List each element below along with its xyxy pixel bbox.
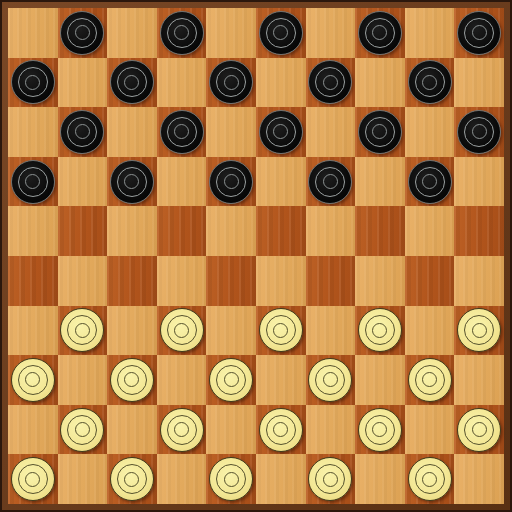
square-11[interactable]: [58, 107, 108, 157]
white-man-piece[interactable]: [11, 457, 55, 501]
black-man-piece[interactable]: [209, 60, 253, 104]
piece-outer-ring: [266, 315, 296, 345]
piece-outer-ring: [365, 315, 395, 345]
light-square-r2c2: [58, 58, 108, 108]
piece-inner-ring: [422, 372, 437, 387]
square-21[interactable]: [58, 206, 108, 256]
light-square-r10c6: [256, 454, 306, 504]
light-square-r7c7: [306, 306, 356, 356]
piece-outer-ring: [216, 67, 246, 97]
black-man-piece[interactable]: [110, 160, 154, 204]
light-square-r5c3: [107, 206, 157, 256]
piece-outer-ring: [464, 415, 494, 445]
piece-inner-ring: [75, 323, 90, 338]
white-man-piece[interactable]: [209, 457, 253, 501]
piece-inner-ring: [273, 323, 288, 338]
light-square-r5c5: [206, 206, 256, 256]
piece-inner-ring: [174, 124, 189, 139]
square-36[interactable]: [8, 355, 58, 405]
black-man-piece[interactable]: [308, 60, 352, 104]
square-39[interactable]: [306, 355, 356, 405]
black-man-piece[interactable]: [60, 11, 104, 55]
black-man-piece[interactable]: [457, 11, 501, 55]
square-9[interactable]: [306, 58, 356, 108]
piece-inner-ring: [224, 472, 239, 487]
square-16[interactable]: [8, 157, 58, 207]
piece-outer-ring: [67, 117, 97, 147]
square-47[interactable]: [107, 454, 157, 504]
piece-outer-ring: [266, 117, 296, 147]
piece-outer-ring: [167, 18, 197, 48]
black-man-piece[interactable]: [358, 11, 402, 55]
square-38[interactable]: [206, 355, 256, 405]
square-41[interactable]: [58, 405, 108, 455]
piece-inner-ring: [124, 372, 139, 387]
light-square-r3c7: [306, 107, 356, 157]
light-square-r1c7: [306, 8, 356, 58]
light-square-r7c1: [8, 306, 58, 356]
piece-inner-ring: [124, 75, 139, 90]
white-man-piece[interactable]: [160, 408, 204, 452]
piece-outer-ring: [464, 117, 494, 147]
square-6[interactable]: [8, 58, 58, 108]
square-4[interactable]: [355, 8, 405, 58]
piece-inner-ring: [472, 323, 487, 338]
black-man-piece[interactable]: [259, 110, 303, 154]
square-18[interactable]: [206, 157, 256, 207]
black-man-piece[interactable]: [11, 160, 55, 204]
piece-inner-ring: [75, 124, 90, 139]
piece-inner-ring: [124, 174, 139, 189]
square-20[interactable]: [405, 157, 455, 207]
light-square-r1c3: [107, 8, 157, 58]
piece-outer-ring: [365, 18, 395, 48]
checkers-app-window: [0, 0, 512, 512]
piece-outer-ring: [464, 315, 494, 345]
piece-inner-ring: [472, 25, 487, 40]
light-square-r6c4: [157, 256, 207, 306]
square-35[interactable]: [454, 306, 504, 356]
piece-inner-ring: [75, 422, 90, 437]
piece-outer-ring: [167, 415, 197, 445]
piece-outer-ring: [18, 67, 48, 97]
square-31[interactable]: [58, 306, 108, 356]
square-46[interactable]: [8, 454, 58, 504]
piece-outer-ring: [415, 365, 445, 395]
square-43[interactable]: [256, 405, 306, 455]
square-10[interactable]: [405, 58, 455, 108]
square-48[interactable]: [206, 454, 256, 504]
white-man-piece[interactable]: [408, 457, 452, 501]
piece-inner-ring: [422, 472, 437, 487]
square-5[interactable]: [454, 8, 504, 58]
black-man-piece[interactable]: [160, 110, 204, 154]
light-square-r2c10: [454, 58, 504, 108]
square-32[interactable]: [157, 306, 207, 356]
white-man-piece[interactable]: [110, 358, 154, 402]
light-square-r10c4: [157, 454, 207, 504]
light-square-r9c3: [107, 405, 157, 455]
square-26[interactable]: [8, 256, 58, 306]
piece-inner-ring: [224, 75, 239, 90]
piece-outer-ring: [216, 464, 246, 494]
piece-outer-ring: [117, 67, 147, 97]
square-28[interactable]: [206, 256, 256, 306]
light-square-r5c9: [405, 206, 455, 256]
square-14[interactable]: [355, 107, 405, 157]
white-man-piece[interactable]: [110, 457, 154, 501]
piece-outer-ring: [18, 167, 48, 197]
piece-inner-ring: [124, 472, 139, 487]
piece-inner-ring: [372, 323, 387, 338]
piece-inner-ring: [174, 323, 189, 338]
square-49[interactable]: [306, 454, 356, 504]
light-square-r3c9: [405, 107, 455, 157]
piece-inner-ring: [174, 422, 189, 437]
white-man-piece[interactable]: [60, 408, 104, 452]
piece-inner-ring: [75, 25, 90, 40]
light-square-r8c4: [157, 355, 207, 405]
light-square-r5c7: [306, 206, 356, 256]
light-square-r9c5: [206, 405, 256, 455]
light-square-r4c10: [454, 157, 504, 207]
light-square-r2c6: [256, 58, 306, 108]
piece-outer-ring: [167, 117, 197, 147]
black-man-piece[interactable]: [457, 110, 501, 154]
light-square-r9c1: [8, 405, 58, 455]
square-45[interactable]: [454, 405, 504, 455]
light-square-r9c9: [405, 405, 455, 455]
light-square-r8c2: [58, 355, 108, 405]
piece-inner-ring: [224, 372, 239, 387]
piece-inner-ring: [224, 174, 239, 189]
white-man-piece[interactable]: [457, 408, 501, 452]
white-man-piece[interactable]: [457, 308, 501, 352]
light-square-r6c10: [454, 256, 504, 306]
piece-outer-ring: [117, 365, 147, 395]
piece-outer-ring: [365, 117, 395, 147]
piece-outer-ring: [18, 365, 48, 395]
piece-inner-ring: [472, 422, 487, 437]
piece-inner-ring: [25, 174, 40, 189]
piece-inner-ring: [25, 75, 40, 90]
square-7[interactable]: [107, 58, 157, 108]
piece-inner-ring: [372, 124, 387, 139]
black-man-piece[interactable]: [259, 11, 303, 55]
white-man-piece[interactable]: [209, 358, 253, 402]
square-22[interactable]: [157, 206, 207, 256]
piece-outer-ring: [415, 67, 445, 97]
light-square-r3c1: [8, 107, 58, 157]
white-man-piece[interactable]: [408, 358, 452, 402]
black-man-piece[interactable]: [308, 160, 352, 204]
piece-outer-ring: [266, 18, 296, 48]
black-man-piece[interactable]: [408, 60, 452, 104]
black-man-piece[interactable]: [209, 160, 253, 204]
piece-inner-ring: [25, 372, 40, 387]
square-2[interactable]: [157, 8, 207, 58]
piece-inner-ring: [372, 25, 387, 40]
piece-inner-ring: [273, 25, 288, 40]
piece-inner-ring: [472, 124, 487, 139]
light-square-r1c5: [206, 8, 256, 58]
piece-outer-ring: [67, 415, 97, 445]
square-17[interactable]: [107, 157, 157, 207]
white-man-piece[interactable]: [308, 358, 352, 402]
light-square-r9c7: [306, 405, 356, 455]
square-34[interactable]: [355, 306, 405, 356]
square-42[interactable]: [157, 405, 207, 455]
light-square-r3c3: [107, 107, 157, 157]
light-square-r7c3: [107, 306, 157, 356]
piece-outer-ring: [315, 365, 345, 395]
white-man-piece[interactable]: [60, 308, 104, 352]
light-square-r6c6: [256, 256, 306, 306]
square-15[interactable]: [454, 107, 504, 157]
black-man-piece[interactable]: [160, 11, 204, 55]
square-12[interactable]: [157, 107, 207, 157]
white-man-piece[interactable]: [259, 408, 303, 452]
light-square-r4c2: [58, 157, 108, 207]
light-square-r10c8: [355, 454, 405, 504]
piece-outer-ring: [67, 18, 97, 48]
square-50[interactable]: [405, 454, 455, 504]
light-square-r8c10: [454, 355, 504, 405]
light-square-r7c5: [206, 306, 256, 356]
draughts-board: [8, 8, 504, 504]
light-square-r5c1: [8, 206, 58, 256]
piece-inner-ring: [372, 422, 387, 437]
black-man-piece[interactable]: [110, 60, 154, 104]
board-frame: [0, 0, 512, 512]
piece-outer-ring: [67, 315, 97, 345]
light-square-r4c8: [355, 157, 405, 207]
square-3[interactable]: [256, 8, 306, 58]
square-27[interactable]: [107, 256, 157, 306]
light-square-r1c1: [8, 8, 58, 58]
light-square-r10c2: [58, 454, 108, 504]
white-man-piece[interactable]: [11, 358, 55, 402]
piece-outer-ring: [415, 464, 445, 494]
light-square-r10c10: [454, 454, 504, 504]
square-40[interactable]: [405, 355, 455, 405]
black-man-piece[interactable]: [358, 110, 402, 154]
light-square-r4c6: [256, 157, 306, 207]
piece-outer-ring: [216, 167, 246, 197]
piece-inner-ring: [273, 422, 288, 437]
piece-outer-ring: [216, 365, 246, 395]
square-37[interactable]: [107, 355, 157, 405]
piece-inner-ring: [323, 75, 338, 90]
square-29[interactable]: [306, 256, 356, 306]
white-man-piece[interactable]: [358, 308, 402, 352]
piece-inner-ring: [323, 372, 338, 387]
piece-outer-ring: [315, 67, 345, 97]
piece-outer-ring: [365, 415, 395, 445]
piece-inner-ring: [323, 472, 338, 487]
piece-inner-ring: [25, 472, 40, 487]
light-square-r3c5: [206, 107, 256, 157]
square-24[interactable]: [355, 206, 405, 256]
piece-outer-ring: [167, 315, 197, 345]
black-man-piece[interactable]: [11, 60, 55, 104]
white-man-piece[interactable]: [160, 308, 204, 352]
piece-inner-ring: [273, 124, 288, 139]
piece-outer-ring: [117, 464, 147, 494]
black-man-piece[interactable]: [408, 160, 452, 204]
square-33[interactable]: [256, 306, 306, 356]
light-square-r8c8: [355, 355, 405, 405]
light-square-r6c8: [355, 256, 405, 306]
light-square-r7c9: [405, 306, 455, 356]
square-30[interactable]: [405, 256, 455, 306]
light-square-r1c9: [405, 8, 455, 58]
piece-outer-ring: [315, 167, 345, 197]
square-1[interactable]: [58, 8, 108, 58]
light-square-r4c4: [157, 157, 207, 207]
piece-inner-ring: [422, 174, 437, 189]
square-23[interactable]: [256, 206, 306, 256]
piece-outer-ring: [18, 464, 48, 494]
piece-inner-ring: [174, 25, 189, 40]
piece-outer-ring: [315, 464, 345, 494]
square-13[interactable]: [256, 107, 306, 157]
piece-outer-ring: [117, 167, 147, 197]
light-square-r2c4: [157, 58, 207, 108]
piece-outer-ring: [266, 415, 296, 445]
black-man-piece[interactable]: [60, 110, 104, 154]
white-man-piece[interactable]: [308, 457, 352, 501]
white-man-piece[interactable]: [259, 308, 303, 352]
square-19[interactable]: [306, 157, 356, 207]
white-man-piece[interactable]: [358, 408, 402, 452]
piece-outer-ring: [415, 167, 445, 197]
square-8[interactable]: [206, 58, 256, 108]
square-44[interactable]: [355, 405, 405, 455]
piece-inner-ring: [422, 75, 437, 90]
light-square-r2c8: [355, 58, 405, 108]
light-square-r6c2: [58, 256, 108, 306]
piece-outer-ring: [464, 18, 494, 48]
light-square-r8c6: [256, 355, 306, 405]
square-25[interactable]: [454, 206, 504, 256]
piece-inner-ring: [323, 174, 338, 189]
